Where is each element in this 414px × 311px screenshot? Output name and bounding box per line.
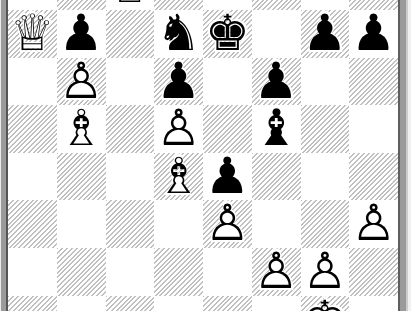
square-a1 (8, 296, 57, 311)
square-b5: ♝♗ (57, 105, 106, 153)
square-g5 (301, 105, 350, 153)
square-h1 (349, 296, 398, 311)
piece-glyph: ♝ (252, 105, 301, 153)
piece-glyph: ♟ (301, 10, 350, 58)
square-c8: ♛♛ (106, 0, 155, 10)
square-e3: ♟♙ (203, 200, 252, 248)
piece-black-bishop-f5: ♝♝ (252, 105, 301, 153)
square-e6 (203, 58, 252, 106)
square-a2 (8, 248, 57, 296)
piece-white-bishop-d4: ♝♗ (154, 153, 203, 201)
square-h7: ♟♟ (349, 10, 398, 58)
square-g6 (301, 58, 350, 106)
board-frame-left (0, 0, 8, 311)
square-f1 (252, 296, 301, 311)
piece-glyph: ♕ (8, 10, 57, 58)
square-h3: ♟♙ (349, 200, 398, 248)
piece-glyph: ♙ (203, 200, 252, 248)
square-g1: ♚♔ (301, 296, 350, 311)
square-f5: ♝♝ (252, 105, 301, 153)
piece-glyph: ♙ (252, 248, 301, 296)
piece-black-pawn-g7: ♟♟ (301, 10, 350, 58)
square-a5 (8, 105, 57, 153)
square-a4 (8, 153, 57, 201)
square-h6 (349, 58, 398, 106)
square-b3 (57, 200, 106, 248)
piece-glyph: ♗ (57, 105, 106, 153)
piece-glyph: ♙ (349, 200, 398, 248)
board-frame-right (398, 0, 411, 311)
piece-glyph: ♔ (301, 296, 350, 311)
square-c5 (106, 105, 155, 153)
piece-white-pawn-h3: ♟♙ (349, 200, 398, 248)
square-c7 (106, 10, 155, 58)
square-f4 (252, 153, 301, 201)
piece-glyph: ♗ (154, 153, 203, 201)
square-f8 (252, 0, 301, 10)
square-c4 (106, 153, 155, 201)
square-a7: ♛♕ (8, 10, 57, 58)
piece-glyph: ♛ (106, 0, 155, 10)
square-b2 (57, 248, 106, 296)
square-e2 (203, 248, 252, 296)
piece-glyph: ♚ (203, 10, 252, 58)
piece-black-king-e7: ♚♚ (203, 10, 252, 58)
piece-glyph: ♟ (349, 10, 398, 58)
square-d3 (154, 200, 203, 248)
square-c1 (106, 296, 155, 311)
square-g4 (301, 153, 350, 201)
piece-white-pawn-e3: ♟♙ (203, 200, 252, 248)
square-h5 (349, 105, 398, 153)
square-b4 (57, 153, 106, 201)
square-d4: ♝♗ (154, 153, 203, 201)
piece-white-king-g1: ♚♔ (301, 296, 350, 311)
square-e1 (203, 296, 252, 311)
piece-black-queen-c8: ♛♛ (106, 0, 155, 10)
square-g7: ♟♟ (301, 10, 350, 58)
square-c2 (106, 248, 155, 296)
piece-white-pawn-f2: ♟♙ (252, 248, 301, 296)
square-f2: ♟♙ (252, 248, 301, 296)
square-c6 (106, 58, 155, 106)
chess-board: ♛♛♛♕♟♟♞♞♚♚♟♟♟♟♟♙♟♟♟♟♝♗♟♙♝♝♝♗♟♟♟♙♟♙♟♙♟♙♚♔ (8, 0, 398, 311)
square-d1 (154, 296, 203, 311)
square-a3 (8, 200, 57, 248)
piece-white-queen-a7: ♛♕ (8, 10, 57, 58)
square-c3 (106, 200, 155, 248)
square-e7: ♚♚ (203, 10, 252, 58)
square-h2 (349, 248, 398, 296)
piece-white-bishop-b5: ♝♗ (57, 105, 106, 153)
piece-black-pawn-h7: ♟♟ (349, 10, 398, 58)
chess-diagram-screenshot: ♛♛♛♕♟♟♞♞♚♚♟♟♟♟♟♙♟♟♟♟♝♗♟♙♝♝♝♗♟♟♟♙♟♙♟♙♟♙♚♔ (0, 0, 414, 311)
square-d2 (154, 248, 203, 296)
square-b1 (57, 296, 106, 311)
square-a6 (8, 58, 57, 106)
